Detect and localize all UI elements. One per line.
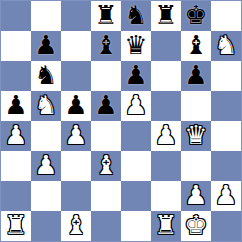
chess-board: ♜♞♜♚♟♝♛♝♞♞♟♟♟♞♟♟♟♟♟♟♛♟♝♟♟♜♝♜♚ — [0, 0, 242, 242]
square-f2[interactable] — [151, 181, 181, 211]
square-a4[interactable]: ♟ — [1, 121, 31, 151]
square-b4[interactable] — [31, 121, 61, 151]
square-c4[interactable]: ♟ — [61, 121, 91, 151]
square-c5[interactable]: ♟ — [61, 91, 91, 121]
black-rook[interactable]: ♜ — [154, 0, 177, 30]
black-pawn[interactable]: ♟ — [34, 30, 57, 60]
white-pawn[interactable]: ♟ — [64, 120, 87, 150]
square-d4[interactable] — [91, 121, 121, 151]
square-c8[interactable] — [61, 1, 91, 31]
white-queen[interactable]: ♛ — [184, 120, 207, 150]
black-knight[interactable]: ♞ — [34, 60, 57, 90]
square-f7[interactable] — [151, 31, 181, 61]
black-pawn[interactable]: ♟ — [184, 60, 207, 90]
square-b2[interactable] — [31, 181, 61, 211]
square-h2[interactable]: ♟ — [211, 181, 241, 211]
square-e4[interactable] — [121, 121, 151, 151]
square-e2[interactable] — [121, 181, 151, 211]
square-d7[interactable]: ♝ — [91, 31, 121, 61]
square-h8[interactable] — [211, 1, 241, 31]
square-d5[interactable]: ♟ — [91, 91, 121, 121]
square-g5[interactable] — [181, 91, 211, 121]
square-e5[interactable]: ♟ — [121, 91, 151, 121]
square-d1[interactable] — [91, 211, 121, 241]
square-c7[interactable] — [61, 31, 91, 61]
white-rook[interactable]: ♜ — [4, 210, 27, 240]
square-g7[interactable]: ♝ — [181, 31, 211, 61]
square-f1[interactable]: ♜ — [151, 211, 181, 241]
black-bishop[interactable]: ♝ — [184, 30, 207, 60]
white-pawn[interactable]: ♟ — [124, 90, 147, 120]
square-c2[interactable] — [61, 181, 91, 211]
square-g2[interactable]: ♟ — [181, 181, 211, 211]
black-bishop[interactable]: ♝ — [94, 30, 117, 60]
white-knight[interactable]: ♞ — [34, 90, 57, 120]
square-g3[interactable] — [181, 151, 211, 181]
square-g4[interactable]: ♛ — [181, 121, 211, 151]
square-d6[interactable] — [91, 61, 121, 91]
square-a5[interactable]: ♟ — [1, 91, 31, 121]
white-bishop[interactable]: ♝ — [64, 210, 87, 240]
square-f3[interactable] — [151, 151, 181, 181]
square-a2[interactable] — [1, 181, 31, 211]
square-h5[interactable] — [211, 91, 241, 121]
white-pawn[interactable]: ♟ — [4, 120, 27, 150]
black-pawn[interactable]: ♟ — [124, 60, 147, 90]
square-g1[interactable]: ♚ — [181, 211, 211, 241]
white-pawn[interactable]: ♟ — [154, 120, 177, 150]
square-a3[interactable] — [1, 151, 31, 181]
white-pawn[interactable]: ♟ — [34, 150, 57, 180]
square-a6[interactable] — [1, 61, 31, 91]
square-e8[interactable]: ♞ — [121, 1, 151, 31]
square-e7[interactable]: ♛ — [121, 31, 151, 61]
square-f8[interactable]: ♜ — [151, 1, 181, 31]
square-a7[interactable] — [1, 31, 31, 61]
square-e1[interactable] — [121, 211, 151, 241]
white-king[interactable]: ♚ — [184, 210, 207, 240]
square-c1[interactable]: ♝ — [61, 211, 91, 241]
square-h7[interactable]: ♞ — [211, 31, 241, 61]
white-bishop[interactable]: ♝ — [94, 150, 117, 180]
black-pawn[interactable]: ♟ — [94, 90, 117, 120]
white-rook[interactable]: ♜ — [154, 210, 177, 240]
white-pawn[interactable]: ♟ — [184, 180, 207, 210]
black-king[interactable]: ♚ — [184, 0, 207, 30]
square-d2[interactable] — [91, 181, 121, 211]
square-b8[interactable] — [31, 1, 61, 31]
square-a8[interactable] — [1, 1, 31, 31]
square-a1[interactable]: ♜ — [1, 211, 31, 241]
square-h3[interactable] — [211, 151, 241, 181]
square-g8[interactable]: ♚ — [181, 1, 211, 31]
square-b5[interactable]: ♞ — [31, 91, 61, 121]
square-e6[interactable]: ♟ — [121, 61, 151, 91]
black-queen[interactable]: ♛ — [124, 30, 147, 60]
square-c3[interactable] — [61, 151, 91, 181]
square-c6[interactable] — [61, 61, 91, 91]
square-h6[interactable] — [211, 61, 241, 91]
square-f5[interactable] — [151, 91, 181, 121]
square-b1[interactable] — [31, 211, 61, 241]
square-b6[interactable]: ♞ — [31, 61, 61, 91]
square-b7[interactable]: ♟ — [31, 31, 61, 61]
square-g6[interactable]: ♟ — [181, 61, 211, 91]
square-e3[interactable] — [121, 151, 151, 181]
white-knight[interactable]: ♞ — [214, 30, 237, 60]
black-pawn[interactable]: ♟ — [4, 90, 27, 120]
square-f6[interactable] — [151, 61, 181, 91]
white-pawn[interactable]: ♟ — [214, 180, 237, 210]
black-knight[interactable]: ♞ — [124, 0, 147, 30]
square-d3[interactable]: ♝ — [91, 151, 121, 181]
square-d8[interactable]: ♜ — [91, 1, 121, 31]
square-f4[interactable]: ♟ — [151, 121, 181, 151]
square-h4[interactable] — [211, 121, 241, 151]
black-rook[interactable]: ♜ — [94, 0, 117, 30]
square-h1[interactable] — [211, 211, 241, 241]
square-b3[interactable]: ♟ — [31, 151, 61, 181]
black-pawn[interactable]: ♟ — [64, 90, 87, 120]
